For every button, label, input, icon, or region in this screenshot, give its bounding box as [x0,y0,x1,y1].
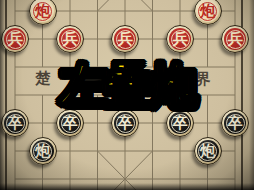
piece-face: 卒 [4,112,26,134]
piece-red-soldier-c4[interactable]: 兵 [56,25,84,53]
piece-glyph: 卒 [173,116,188,131]
river-label-left: 楚 [36,71,51,86]
river-label-right: 界 [196,72,211,87]
piece-black-soldier-a7[interactable]: 卒 [1,109,29,137]
piece-face: 兵 [114,28,136,50]
piece-face: 炮 [197,0,219,22]
piece-black-cannon-h8[interactable]: 炮 [194,137,222,165]
piece-red-soldier-g4[interactable]: 兵 [166,25,194,53]
piece-glyph: 卒 [228,116,243,131]
piece-face: 兵 [169,28,191,50]
piece-face: 兵 [4,28,26,50]
video-title-overlay: 左叠炮 [60,54,195,118]
piece-glyph: 兵 [118,32,133,47]
piece-glyph: 炮 [200,144,215,159]
piece-black-soldier-i7[interactable]: 卒 [221,109,249,137]
piece-glyph: 兵 [63,32,78,47]
piece-face: 炮 [197,140,219,162]
piece-glyph: 兵 [173,32,188,47]
piece-red-soldier-i4[interactable]: 兵 [221,25,249,53]
piece-face: 卒 [224,112,246,134]
piece-face: 兵 [59,28,81,50]
xiangqi-board: 楚 界 炮炮兵兵兵兵兵卒卒卒卒卒炮炮 左叠炮 [0,0,254,190]
piece-face: 炮 [32,140,54,162]
piece-black-cannon-b8[interactable]: 炮 [29,137,57,165]
piece-glyph: 兵 [8,32,23,47]
piece-face: 炮 [32,0,54,22]
piece-glyph: 卒 [63,116,78,131]
piece-glyph: 炮 [35,4,50,19]
piece-face: 兵 [224,28,246,50]
piece-glyph: 炮 [200,4,215,19]
piece-glyph: 卒 [118,116,133,131]
piece-glyph: 兵 [228,32,243,47]
piece-red-soldier-e4[interactable]: 兵 [111,25,139,53]
piece-red-soldier-a4[interactable]: 兵 [1,25,29,53]
piece-glyph: 炮 [35,144,50,159]
piece-glyph: 卒 [8,116,23,131]
